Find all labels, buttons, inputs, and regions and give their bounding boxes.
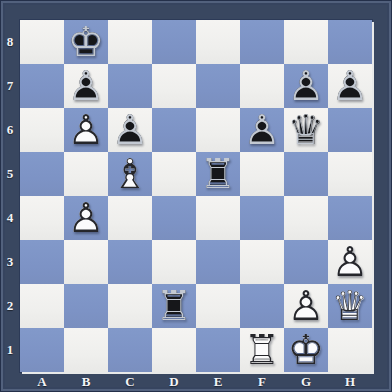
black-rook-e5[interactable]: ♜♖ [196, 152, 240, 196]
black-queen-g6[interactable]: ♛♕ [284, 108, 328, 152]
square-f7[interactable] [240, 64, 284, 108]
white-pawn-b6[interactable]: ♟♙ [64, 108, 108, 152]
square-b8[interactable]: ♚♔ [64, 20, 108, 64]
piece-outline-layer: ♙ [328, 240, 372, 284]
square-g4[interactable] [284, 196, 328, 240]
piece-outline-layer: ♕ [284, 108, 328, 152]
square-e4[interactable] [196, 196, 240, 240]
square-c2[interactable] [108, 284, 152, 328]
file-label-g: G [284, 372, 328, 392]
piece-outline-layer: ♙ [240, 108, 284, 152]
file-label-b: B [64, 372, 108, 392]
square-e7[interactable] [196, 64, 240, 108]
square-b4[interactable]: ♟♙ [64, 196, 108, 240]
rank-label-4: 4 [0, 196, 20, 240]
square-c1[interactable] [108, 328, 152, 372]
rank-label-3: 3 [0, 240, 20, 284]
square-h8[interactable] [328, 20, 372, 64]
square-d1[interactable] [152, 328, 196, 372]
square-h1[interactable] [328, 328, 372, 372]
piece-outline-layer: ♙ [284, 284, 328, 328]
square-f4[interactable] [240, 196, 284, 240]
square-h4[interactable] [328, 196, 372, 240]
square-d8[interactable] [152, 20, 196, 64]
black-pawn-g7[interactable]: ♟♙ [284, 64, 328, 108]
white-pawn-g2[interactable]: ♟♙ [284, 284, 328, 328]
piece-outline-layer: ♖ [152, 284, 196, 328]
rank-label-7: 7 [0, 64, 20, 108]
square-b1[interactable] [64, 328, 108, 372]
square-d2[interactable]: ♜♖ [152, 284, 196, 328]
rank-label-6: 6 [0, 108, 20, 152]
rank-labels: 87654321 [0, 20, 20, 372]
rank-label-8: 8 [0, 20, 20, 64]
piece-outline-layer: ♙ [64, 64, 108, 108]
file-label-d: D [152, 372, 196, 392]
square-c6[interactable]: ♟♙ [108, 108, 152, 152]
square-d4[interactable] [152, 196, 196, 240]
square-h5[interactable] [328, 152, 372, 196]
file-label-e: E [196, 372, 240, 392]
square-e1[interactable] [196, 328, 240, 372]
file-labels: ABCDEFGH [20, 372, 372, 392]
square-b7[interactable]: ♟♙ [64, 64, 108, 108]
black-rook-d2[interactable]: ♜♖ [152, 284, 196, 328]
square-b5[interactable] [64, 152, 108, 196]
piece-outline-layer: ♙ [108, 108, 152, 152]
chess-board: ♚♔♟♙♟♙♟♙♟♙♟♙♟♙♛♕♝♗♜♖♟♙♟♙♜♖♟♙♛♕♜♖♚♔ [20, 20, 372, 372]
square-d3[interactable] [152, 240, 196, 284]
piece-outline-layer: ♙ [284, 64, 328, 108]
black-pawn-c6[interactable]: ♟♙ [108, 108, 152, 152]
square-e5[interactable]: ♜♖ [196, 152, 240, 196]
white-rook-f1[interactable]: ♜♖ [240, 328, 284, 372]
white-king-g1[interactable]: ♚♔ [284, 328, 328, 372]
square-a6[interactable] [20, 108, 64, 152]
white-pawn-h3[interactable]: ♟♙ [328, 240, 372, 284]
piece-outline-layer: ♖ [240, 328, 284, 372]
piece-outline-layer: ♖ [196, 152, 240, 196]
square-c8[interactable] [108, 20, 152, 64]
square-f8[interactable] [240, 20, 284, 64]
piece-outline-layer: ♙ [328, 64, 372, 108]
black-pawn-h7[interactable]: ♟♙ [328, 64, 372, 108]
black-king-b8[interactable]: ♚♔ [64, 20, 108, 64]
square-c5[interactable]: ♝♗ [108, 152, 152, 196]
white-pawn-b4[interactable]: ♟♙ [64, 196, 108, 240]
square-e2[interactable] [196, 284, 240, 328]
square-f3[interactable] [240, 240, 284, 284]
square-f2[interactable] [240, 284, 284, 328]
white-queen-h2[interactable]: ♛♕ [328, 284, 372, 328]
piece-outline-layer: ♙ [64, 196, 108, 240]
white-bishop-c5[interactable]: ♝♗ [108, 152, 152, 196]
square-a3[interactable] [20, 240, 64, 284]
file-label-f: F [240, 372, 284, 392]
square-b3[interactable] [64, 240, 108, 284]
rank-label-1: 1 [0, 328, 20, 372]
square-a1[interactable] [20, 328, 64, 372]
black-pawn-b7[interactable]: ♟♙ [64, 64, 108, 108]
square-h3[interactable]: ♟♙ [328, 240, 372, 284]
square-g6[interactable]: ♛♕ [284, 108, 328, 152]
file-label-a: A [20, 372, 64, 392]
square-g3[interactable] [284, 240, 328, 284]
square-c7[interactable] [108, 64, 152, 108]
square-e6[interactable] [196, 108, 240, 152]
square-f6[interactable]: ♟♙ [240, 108, 284, 152]
piece-outline-layer: ♔ [284, 328, 328, 372]
square-b6[interactable]: ♟♙ [64, 108, 108, 152]
square-a7[interactable] [20, 64, 64, 108]
piece-outline-layer: ♕ [328, 284, 372, 328]
rank-label-5: 5 [0, 152, 20, 196]
square-g7[interactable]: ♟♙ [284, 64, 328, 108]
square-f5[interactable] [240, 152, 284, 196]
square-h2[interactable]: ♛♕ [328, 284, 372, 328]
square-d7[interactable] [152, 64, 196, 108]
black-pawn-f6[interactable]: ♟♙ [240, 108, 284, 152]
square-d6[interactable] [152, 108, 196, 152]
square-a2[interactable] [20, 284, 64, 328]
square-a8[interactable] [20, 20, 64, 64]
square-g8[interactable] [284, 20, 328, 64]
square-h6[interactable] [328, 108, 372, 152]
piece-outline-layer: ♗ [108, 152, 152, 196]
rank-label-2: 2 [0, 284, 20, 328]
square-d5[interactable] [152, 152, 196, 196]
square-f1[interactable]: ♜♖ [240, 328, 284, 372]
file-label-h: H [328, 372, 372, 392]
square-a4[interactable] [20, 196, 64, 240]
square-g1[interactable]: ♚♔ [284, 328, 328, 372]
square-h7[interactable]: ♟♙ [328, 64, 372, 108]
square-e8[interactable] [196, 20, 240, 64]
chess-diagram: 87654321 ABCDEFGH ♚♔♟♙♟♙♟♙♟♙♟♙♟♙♛♕♝♗♜♖♟♙… [0, 0, 392, 392]
square-b2[interactable] [64, 284, 108, 328]
piece-outline-layer: ♙ [64, 108, 108, 152]
square-c3[interactable] [108, 240, 152, 284]
square-g2[interactable]: ♟♙ [284, 284, 328, 328]
square-a5[interactable] [20, 152, 64, 196]
square-e3[interactable] [196, 240, 240, 284]
square-c4[interactable] [108, 196, 152, 240]
file-label-c: C [108, 372, 152, 392]
square-g5[interactable] [284, 152, 328, 196]
piece-outline-layer: ♔ [64, 20, 108, 64]
